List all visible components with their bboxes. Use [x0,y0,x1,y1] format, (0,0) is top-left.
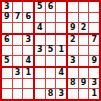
sudoku-cell-r3c2[interactable] [13,23,23,33]
sudoku-cell-r8c3[interactable] [23,79,33,89]
sudoku-cell-r2c5[interactable] [46,13,56,23]
sudoku-cell-r3c3[interactable] [23,23,33,33]
sudoku-box-9: 8931 [68,68,99,99]
sudoku-cell-r1c5[interactable]: 6 [46,2,56,12]
sudoku-cell-r4c8[interactable] [79,35,89,45]
sudoku-cell-r4c2[interactable] [13,35,23,45]
sudoku-cell-r3c6[interactable] [56,23,66,33]
sudoku-cell-r8c1[interactable] [2,79,12,89]
sudoku-cell-r5c3[interactable] [23,46,33,56]
sudoku-cell-r1c9[interactable] [89,2,99,12]
sudoku-cell-r9c8[interactable] [79,89,89,99]
sudoku-cell-r6c3[interactable]: 4 [23,56,33,66]
sudoku-cell-r8c7[interactable]: 8 [68,79,78,89]
sudoku-cell-r9c7[interactable] [68,89,78,99]
sudoku-box-7: 31 [2,68,33,99]
sudoku-box-5: 351 [35,35,66,66]
sudoku-box-2: 564 [35,2,66,33]
sudoku-cell-r5c7[interactable] [68,46,78,56]
sudoku-cell-r5c4[interactable]: 3 [35,46,45,56]
sudoku-cell-r3c7[interactable]: 9 [68,23,78,33]
sudoku-cell-r2c2[interactable]: 7 [13,13,23,23]
sudoku-cell-r2c4[interactable] [35,13,45,23]
sudoku-cell-r6c1[interactable]: 5 [2,56,12,66]
sudoku-cell-r9c9[interactable]: 1 [89,89,99,99]
sudoku-cell-r3c1[interactable] [2,23,12,33]
sudoku-cell-r1c6[interactable] [56,2,66,12]
sudoku-cell-r7c1[interactable] [2,68,12,78]
sudoku-cell-r7c4[interactable] [35,68,45,78]
sudoku-cell-r5c9[interactable] [89,46,99,56]
sudoku-cell-r2c8[interactable] [79,13,89,23]
sudoku-cell-r4c7[interactable]: 2 [68,35,78,45]
sudoku-cell-r9c1[interactable] [2,89,12,99]
sudoku-cell-r6c6[interactable] [56,56,66,66]
sudoku-cell-r2c9[interactable] [89,13,99,23]
sudoku-cell-r2c6[interactable] [56,13,66,23]
sudoku-cell-r5c6[interactable]: 1 [56,46,66,56]
sudoku-cell-r8c8[interactable]: 9 [79,79,89,89]
sudoku-cell-r5c2[interactable] [13,46,23,56]
sudoku-cell-r1c1[interactable]: 3 [2,2,12,12]
sudoku-cell-r3c9[interactable] [89,23,99,33]
sudoku-cell-r8c9[interactable]: 3 [89,79,99,89]
sudoku-box-1: 3976 [2,2,33,33]
sudoku-cell-r9c4[interactable] [35,89,45,99]
sudoku-cell-r5c8[interactable] [79,46,89,56]
sudoku-cell-r1c3[interactable] [23,2,33,12]
sudoku-cell-r6c2[interactable] [13,56,23,66]
sudoku-cell-r8c6[interactable] [56,79,66,89]
sudoku-cell-r7c5[interactable] [46,68,56,78]
sudoku-cell-r7c8[interactable] [79,68,89,78]
sudoku-cell-r2c3[interactable]: 6 [23,13,33,23]
sudoku-box-8: 483 [35,68,66,99]
sudoku-cell-r2c7[interactable] [68,13,78,23]
sudoku-cell-r5c1[interactable] [2,46,12,56]
sudoku-cell-r7c2[interactable]: 3 [13,68,23,78]
sudoku-cell-r3c8[interactable]: 2 [79,23,89,33]
sudoku-box-6: 2739 [68,35,99,66]
sudoku-cell-r6c9[interactable]: 9 [89,56,99,66]
sudoku-board: 39765649263543512739314838931 [0,0,101,101]
sudoku-cell-r8c2[interactable] [13,79,23,89]
sudoku-cell-r9c6[interactable]: 3 [56,89,66,99]
sudoku-cell-r4c5[interactable] [46,35,56,45]
sudoku-cell-r7c6[interactable]: 4 [56,68,66,78]
sudoku-cell-r4c6[interactable] [56,35,66,45]
sudoku-cell-r7c3[interactable]: 1 [23,68,33,78]
sudoku-cell-r6c8[interactable] [79,56,89,66]
sudoku-cell-r4c9[interactable]: 7 [89,35,99,45]
sudoku-cell-r5c5[interactable]: 5 [46,46,56,56]
sudoku-cell-r3c4[interactable]: 4 [35,23,45,33]
sudoku-cell-r4c1[interactable]: 6 [2,35,12,45]
sudoku-cell-r6c5[interactable] [46,56,56,66]
sudoku-cell-r4c3[interactable]: 3 [23,35,33,45]
sudoku-cell-r7c7[interactable] [68,68,78,78]
sudoku-cell-r6c4[interactable] [35,56,45,66]
sudoku-cell-r9c5[interactable]: 8 [46,89,56,99]
sudoku-box-4: 6354 [2,35,33,66]
sudoku-cell-r1c8[interactable] [79,2,89,12]
sudoku-cell-r1c7[interactable] [68,2,78,12]
sudoku-cell-r7c9[interactable] [89,68,99,78]
sudoku-cell-r8c5[interactable] [46,79,56,89]
sudoku-box-3: 92 [68,2,99,33]
sudoku-cell-r3c5[interactable] [46,23,56,33]
sudoku-cell-r9c3[interactable] [23,89,33,99]
sudoku-cell-r1c4[interactable]: 5 [35,2,45,12]
sudoku-cell-r1c2[interactable] [13,2,23,12]
sudoku-cell-r6c7[interactable]: 3 [68,56,78,66]
sudoku-cell-r8c4[interactable] [35,79,45,89]
sudoku-cell-r4c4[interactable] [35,35,45,45]
sudoku-cell-r2c1[interactable]: 9 [2,13,12,23]
sudoku-cell-r9c2[interactable] [13,89,23,99]
